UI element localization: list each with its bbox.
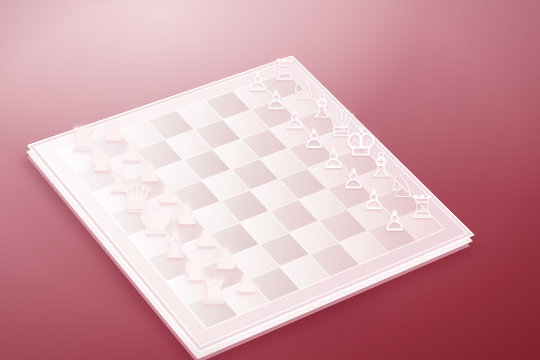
piece-white-rook[interactable]: ♜ [190,272,237,312]
scene: ♖♘♗♕♔♗♘♖♙♙♙♙♙♙♙♙♟♟♟♟♟♟♟♟♜♞♝♛♚♝♞♜ [0,0,540,360]
photo-backdrop: ♖♘♗♕♔♗♘♖♙♙♙♙♙♙♙♙♟♟♟♟♟♟♟♟♜♞♝♛♚♝♞♜ [0,0,540,360]
piece-black-pawn[interactable]: ♙ [372,204,417,237]
chess-board: ♖♘♗♕♔♗♘♖♙♙♙♙♙♙♙♙♟♟♟♟♟♟♟♟♜♞♝♛♚♝♞♜ [27,55,475,353]
pieces-layer: ♖♘♗♕♔♗♘♖♙♙♙♙♙♙♙♙♟♟♟♟♟♟♟♟♜♞♝♛♚♝♞♜ [57,72,444,329]
